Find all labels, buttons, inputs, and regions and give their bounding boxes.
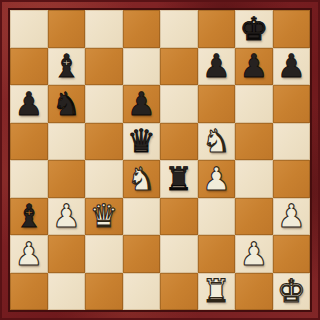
square-h5[interactable] [273,123,311,161]
piece-black-pawn[interactable]: ♟ [123,85,161,123]
square-c6[interactable] [85,85,123,123]
square-f3[interactable] [198,198,236,236]
square-a1[interactable] [10,273,48,311]
board-frame: ♚♝♟♟♟♟♞♟♛♞♞♜♟♝♟♛♟♟♟♜♚ [0,0,320,320]
square-b7[interactable]: ♝ [48,48,86,86]
piece-white-pawn[interactable]: ♟ [273,198,311,236]
piece-white-knight[interactable]: ♞ [123,160,161,198]
square-d7[interactable] [123,48,161,86]
square-e2[interactable] [160,235,198,273]
square-f5[interactable]: ♞ [198,123,236,161]
square-b4[interactable] [48,160,86,198]
square-e6[interactable] [160,85,198,123]
square-e3[interactable] [160,198,198,236]
square-c7[interactable] [85,48,123,86]
square-g3[interactable] [235,198,273,236]
piece-white-queen[interactable]: ♛ [85,198,123,236]
square-h8[interactable] [273,10,311,48]
square-d2[interactable] [123,235,161,273]
piece-black-pawn[interactable]: ♟ [235,48,273,86]
piece-black-pawn[interactable]: ♟ [198,48,236,86]
piece-black-rook[interactable]: ♜ [160,160,198,198]
square-f8[interactable] [198,10,236,48]
square-b3[interactable]: ♟ [48,198,86,236]
square-d8[interactable] [123,10,161,48]
square-h3[interactable]: ♟ [273,198,311,236]
square-g6[interactable] [235,85,273,123]
square-b8[interactable] [48,10,86,48]
square-g5[interactable] [235,123,273,161]
square-g7[interactable]: ♟ [235,48,273,86]
square-f4[interactable]: ♟ [198,160,236,198]
square-e8[interactable] [160,10,198,48]
chess-board: ♚♝♟♟♟♟♞♟♛♞♞♜♟♝♟♛♟♟♟♜♚ [10,10,310,310]
square-b5[interactable] [48,123,86,161]
square-b1[interactable] [48,273,86,311]
square-e7[interactable] [160,48,198,86]
piece-white-king[interactable]: ♚ [273,273,311,311]
piece-black-pawn[interactable]: ♟ [273,48,311,86]
square-d6[interactable]: ♟ [123,85,161,123]
square-h2[interactable] [273,235,311,273]
piece-black-queen[interactable]: ♛ [123,123,161,161]
square-e4[interactable]: ♜ [160,160,198,198]
square-a5[interactable] [10,123,48,161]
piece-white-pawn[interactable]: ♟ [10,235,48,273]
square-a2[interactable]: ♟ [10,235,48,273]
square-h6[interactable] [273,85,311,123]
piece-white-rook[interactable]: ♜ [198,273,236,311]
piece-black-bishop[interactable]: ♝ [48,48,86,86]
square-h1[interactable]: ♚ [273,273,311,311]
square-d4[interactable]: ♞ [123,160,161,198]
square-a7[interactable] [10,48,48,86]
square-e1[interactable] [160,273,198,311]
square-f6[interactable] [198,85,236,123]
piece-white-knight[interactable]: ♞ [198,123,236,161]
square-e5[interactable] [160,123,198,161]
square-g4[interactable] [235,160,273,198]
square-c4[interactable] [85,160,123,198]
piece-black-knight[interactable]: ♞ [48,85,86,123]
square-f7[interactable]: ♟ [198,48,236,86]
square-h4[interactable] [273,160,311,198]
square-c3[interactable]: ♛ [85,198,123,236]
square-a8[interactable] [10,10,48,48]
square-a4[interactable] [10,160,48,198]
square-f2[interactable] [198,235,236,273]
square-d3[interactable] [123,198,161,236]
square-h7[interactable]: ♟ [273,48,311,86]
square-g1[interactable] [235,273,273,311]
piece-black-bishop[interactable]: ♝ [10,198,48,236]
piece-black-pawn[interactable]: ♟ [10,85,48,123]
square-c5[interactable] [85,123,123,161]
piece-black-king[interactable]: ♚ [235,10,273,48]
piece-white-pawn[interactable]: ♟ [48,198,86,236]
piece-white-pawn[interactable]: ♟ [235,235,273,273]
square-c8[interactable] [85,10,123,48]
square-a6[interactable]: ♟ [10,85,48,123]
piece-white-pawn[interactable]: ♟ [198,160,236,198]
square-d5[interactable]: ♛ [123,123,161,161]
square-c2[interactable] [85,235,123,273]
square-c1[interactable] [85,273,123,311]
square-f1[interactable]: ♜ [198,273,236,311]
square-g2[interactable]: ♟ [235,235,273,273]
square-b6[interactable]: ♞ [48,85,86,123]
square-b2[interactable] [48,235,86,273]
square-d1[interactable] [123,273,161,311]
square-g8[interactable]: ♚ [235,10,273,48]
square-a3[interactable]: ♝ [10,198,48,236]
